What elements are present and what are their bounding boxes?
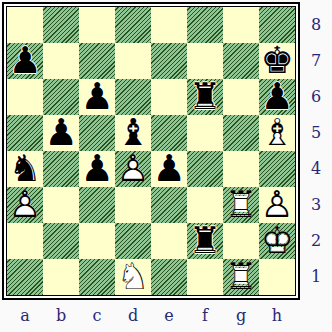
file-label-g: g — [223, 301, 259, 331]
square-g3[interactable]: ♜♖ — [223, 187, 259, 223]
square-e2[interactable] — [151, 223, 187, 259]
board-inner-border: ♟♚♟♜♟♟♝♝♗♞♟♟♙♟♟♙♜♖♟♙♜♚♔♞♘♜♖ — [6, 6, 296, 296]
square-f2[interactable]: ♜ — [187, 223, 223, 259]
white-piece-outline: ♘ — [115, 259, 151, 295]
square-e8[interactable] — [151, 7, 187, 43]
rank-label-1: 1 — [301, 259, 331, 295]
square-d6[interactable] — [115, 79, 151, 115]
square-d1[interactable]: ♞♘ — [115, 259, 151, 295]
piece-black-bishop[interactable]: ♝ — [115, 115, 151, 151]
piece-black-pawn[interactable]: ♟ — [259, 79, 295, 115]
piece-white-pawn[interactable]: ♟♙ — [7, 187, 43, 223]
square-e6[interactable] — [151, 79, 187, 115]
square-c6[interactable]: ♟ — [79, 79, 115, 115]
square-e3[interactable] — [151, 187, 187, 223]
piece-black-pawn[interactable]: ♟ — [43, 115, 79, 151]
square-g5[interactable] — [223, 115, 259, 151]
piece-black-pawn[interactable]: ♟ — [7, 43, 43, 79]
piece-black-pawn[interactable]: ♟ — [79, 79, 115, 115]
square-c8[interactable] — [79, 7, 115, 43]
file-label-c: c — [79, 301, 115, 331]
piece-white-pawn[interactable]: ♟♙ — [259, 187, 295, 223]
board-frame: ♟♚♟♜♟♟♝♝♗♞♟♟♙♟♟♙♜♖♟♙♜♚♔♞♘♜♖ — [2, 2, 300, 300]
rank-label-8: 8 — [301, 7, 331, 43]
square-b3[interactable] — [43, 187, 79, 223]
square-g2[interactable] — [223, 223, 259, 259]
white-piece-outline: ♔ — [259, 223, 295, 259]
square-a2[interactable] — [7, 223, 43, 259]
square-b6[interactable] — [43, 79, 79, 115]
piece-white-bishop[interactable]: ♝♗ — [259, 115, 295, 151]
piece-black-pawn[interactable]: ♟ — [151, 151, 187, 187]
white-piece-outline: ♙ — [259, 187, 295, 223]
piece-black-rook[interactable]: ♜ — [187, 79, 223, 115]
white-piece-outline: ♗ — [259, 115, 295, 151]
square-d5[interactable]: ♝ — [115, 115, 151, 151]
rank-label-3: 3 — [301, 187, 331, 223]
piece-black-knight[interactable]: ♞ — [7, 151, 43, 187]
square-c1[interactable] — [79, 259, 115, 295]
white-piece-outline: ♖ — [223, 259, 259, 295]
white-piece-outline: ♖ — [223, 187, 259, 223]
chess-diagram: ♟♚♟♜♟♟♝♝♗♞♟♟♙♟♟♙♜♖♟♙♜♚♔♞♘♜♖ 87654321 abc… — [0, 0, 332, 332]
square-d2[interactable] — [115, 223, 151, 259]
chess-board: ♟♚♟♜♟♟♝♝♗♞♟♟♙♟♟♙♜♖♟♙♜♚♔♞♘♜♖ — [7, 7, 295, 295]
rank-label-7: 7 — [301, 43, 331, 79]
piece-white-king[interactable]: ♚♔ — [259, 223, 295, 259]
square-a8[interactable] — [7, 7, 43, 43]
square-d4[interactable]: ♟♙ — [115, 151, 151, 187]
square-b4[interactable] — [43, 151, 79, 187]
square-c5[interactable] — [79, 115, 115, 151]
square-f4[interactable] — [187, 151, 223, 187]
piece-white-rook[interactable]: ♜♖ — [223, 187, 259, 223]
square-g1[interactable]: ♜♖ — [223, 259, 259, 295]
piece-black-rook[interactable]: ♜ — [187, 223, 223, 259]
square-g7[interactable] — [223, 43, 259, 79]
square-g4[interactable] — [223, 151, 259, 187]
square-f1[interactable] — [187, 259, 223, 295]
square-e1[interactable] — [151, 259, 187, 295]
file-label-a: a — [7, 301, 43, 331]
square-a4[interactable]: ♞ — [7, 151, 43, 187]
square-h2[interactable]: ♚♔ — [259, 223, 295, 259]
square-e4[interactable]: ♟ — [151, 151, 187, 187]
square-f5[interactable] — [187, 115, 223, 151]
square-a5[interactable] — [7, 115, 43, 151]
square-h8[interactable] — [259, 7, 295, 43]
square-d8[interactable] — [115, 7, 151, 43]
square-b7[interactable] — [43, 43, 79, 79]
white-piece-outline: ♙ — [115, 151, 151, 187]
square-d3[interactable] — [115, 187, 151, 223]
piece-black-king[interactable]: ♚ — [259, 43, 295, 79]
piece-white-pawn[interactable]: ♟♙ — [115, 151, 151, 187]
piece-white-rook[interactable]: ♜♖ — [223, 259, 259, 295]
file-label-f: f — [187, 301, 223, 331]
square-b2[interactable] — [43, 223, 79, 259]
square-e5[interactable] — [151, 115, 187, 151]
square-g6[interactable] — [223, 79, 259, 115]
square-h1[interactable] — [259, 259, 295, 295]
file-label-e: e — [151, 301, 187, 331]
square-a6[interactable] — [7, 79, 43, 115]
square-g8[interactable] — [223, 7, 259, 43]
square-d7[interactable] — [115, 43, 151, 79]
rank-labels: 87654321 — [301, 7, 331, 295]
square-h3[interactable]: ♟♙ — [259, 187, 295, 223]
rank-label-4: 4 — [301, 151, 331, 187]
file-label-b: b — [43, 301, 79, 331]
piece-black-pawn[interactable]: ♟ — [79, 151, 115, 187]
file-labels: abcdefgh — [7, 301, 295, 331]
white-piece-outline: ♙ — [7, 187, 43, 223]
square-f3[interactable] — [187, 187, 223, 223]
rank-label-2: 2 — [301, 223, 331, 259]
square-h6[interactable]: ♟ — [259, 79, 295, 115]
square-c7[interactable] — [79, 43, 115, 79]
square-f7[interactable] — [187, 43, 223, 79]
square-c3[interactable] — [79, 187, 115, 223]
rank-label-5: 5 — [301, 115, 331, 151]
square-c4[interactable]: ♟ — [79, 151, 115, 187]
square-h7[interactable]: ♚ — [259, 43, 295, 79]
square-h5[interactable]: ♝♗ — [259, 115, 295, 151]
square-a3[interactable]: ♟♙ — [7, 187, 43, 223]
square-a7[interactable]: ♟ — [7, 43, 43, 79]
square-f6[interactable]: ♜ — [187, 79, 223, 115]
square-e7[interactable] — [151, 43, 187, 79]
square-b8[interactable] — [43, 7, 79, 43]
square-c2[interactable] — [79, 223, 115, 259]
rank-label-6: 6 — [301, 79, 331, 115]
piece-white-knight[interactable]: ♞♘ — [115, 259, 151, 295]
square-a1[interactable] — [7, 259, 43, 295]
file-label-d: d — [115, 301, 151, 331]
square-h4[interactable] — [259, 151, 295, 187]
file-label-h: h — [259, 301, 295, 331]
square-b5[interactable]: ♟ — [43, 115, 79, 151]
square-f8[interactable] — [187, 7, 223, 43]
square-b1[interactable] — [43, 259, 79, 295]
